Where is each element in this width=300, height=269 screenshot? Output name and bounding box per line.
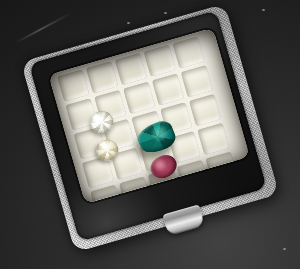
background-speck-2 [164,12,167,14]
gem-white-round-1 [87,108,115,135]
background-speck-4 [283,248,286,250]
case-edge-reflection [15,13,72,44]
gem-teal-pear [134,118,179,158]
gem-white-round-2 [96,138,119,160]
photo-background [0,0,300,269]
background-speck-3 [262,9,265,11]
gem-display-case [21,4,279,253]
background-speck-1 [127,22,130,24]
